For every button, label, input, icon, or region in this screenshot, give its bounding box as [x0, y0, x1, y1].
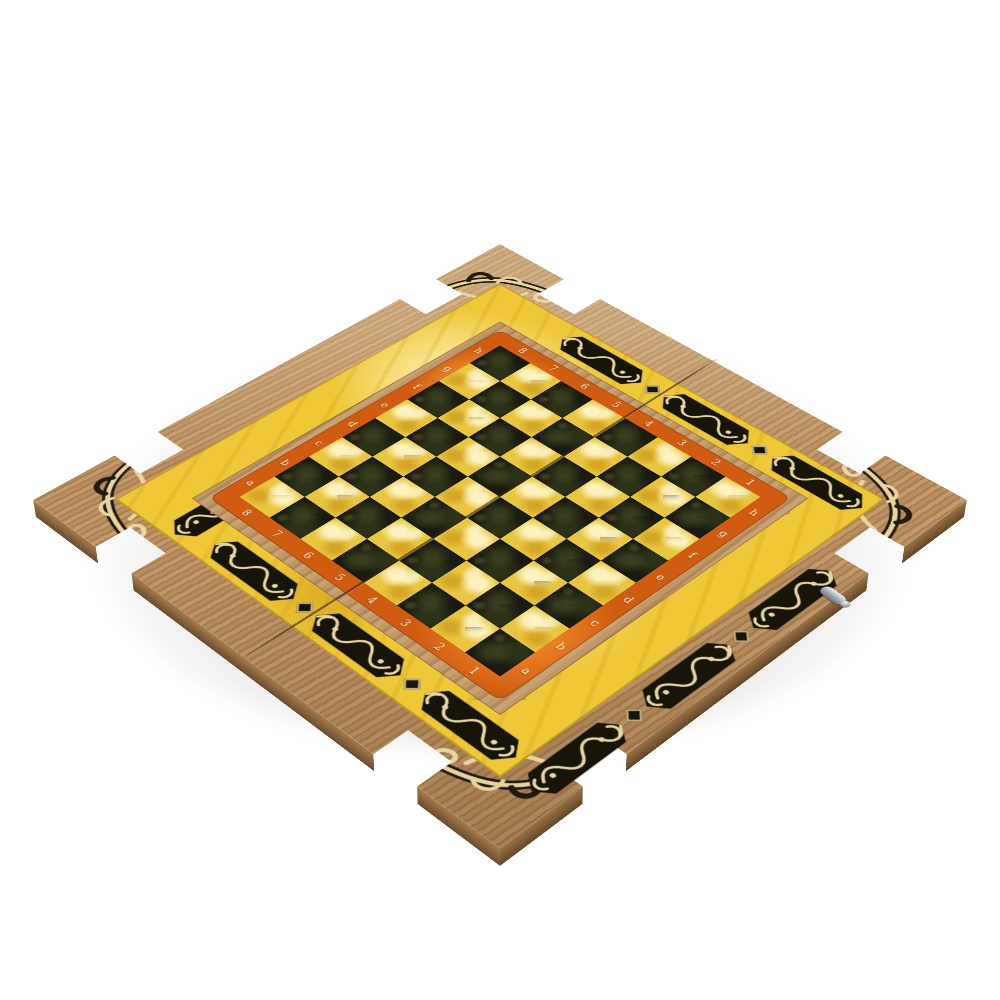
pawn-glyph: ♟ — [282, 474, 324, 521]
diamond-accent — [752, 446, 768, 455]
diamond-accent — [626, 710, 643, 722]
diamond-accent — [296, 602, 313, 612]
rook-glyph: ♜ — [474, 597, 526, 655]
diamond-accent — [734, 631, 750, 642]
chess-box-board: 87654321 87654321 hgfedcba hgfedcba ♜♞♝♛… — [33, 244, 966, 848]
photo-scene: 87654321 87654321 hgfedcba hgfedcba ♜♞♝♛… — [0, 0, 1000, 1000]
diamond-accent — [404, 679, 421, 690]
diamond-accent — [645, 385, 660, 393]
